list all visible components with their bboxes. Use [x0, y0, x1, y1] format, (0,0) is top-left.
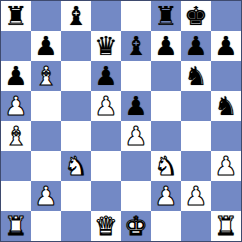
black-knight-piece: ♞	[211, 91, 241, 121]
square-e4[interactable]: ♟	[121, 121, 151, 151]
square-d8[interactable]	[91, 1, 121, 31]
black-pawn-piece: ♟	[31, 31, 61, 61]
square-h8[interactable]	[211, 1, 241, 31]
black-bishop-piece: ♝	[61, 1, 91, 31]
square-e2[interactable]	[121, 181, 151, 211]
square-a6[interactable]: ♟	[1, 61, 31, 91]
square-g5[interactable]	[181, 91, 211, 121]
square-e7[interactable]: ♝	[121, 31, 151, 61]
white-rook-piece: ♜	[211, 211, 241, 241]
square-c5[interactable]	[61, 91, 91, 121]
white-pawn-piece: ♟	[1, 91, 31, 121]
black-pawn-piece: ♟	[121, 91, 151, 121]
square-g4[interactable]	[181, 121, 211, 151]
square-b5[interactable]	[31, 91, 61, 121]
white-pawn-piece: ♟	[211, 151, 241, 181]
square-b4[interactable]	[31, 121, 61, 151]
white-king-piece: ♚	[121, 211, 151, 241]
square-d5[interactable]: ♟	[91, 91, 121, 121]
square-a2[interactable]	[1, 181, 31, 211]
square-f7[interactable]: ♟	[151, 31, 181, 61]
square-e8[interactable]	[121, 1, 151, 31]
white-pawn-piece: ♟	[31, 181, 61, 211]
square-f1[interactable]	[151, 211, 181, 241]
square-h3[interactable]: ♟	[211, 151, 241, 181]
square-b2[interactable]: ♟	[31, 181, 61, 211]
square-d6[interactable]: ♟	[91, 61, 121, 91]
white-pawn-piece: ♟	[121, 121, 151, 151]
white-pawn-piece: ♟	[151, 181, 181, 211]
white-bishop-piece: ♝	[31, 61, 61, 91]
black-pawn-piece: ♟	[151, 31, 181, 61]
square-b7[interactable]: ♟	[31, 31, 61, 61]
square-a5[interactable]: ♟	[1, 91, 31, 121]
square-c7[interactable]	[61, 31, 91, 61]
square-e1[interactable]: ♚	[121, 211, 151, 241]
square-a4[interactable]: ♝	[1, 121, 31, 151]
black-pawn-piece: ♟	[1, 61, 31, 91]
square-g7[interactable]: ♟	[181, 31, 211, 61]
square-g3[interactable]	[181, 151, 211, 181]
white-rook-piece: ♜	[1, 211, 31, 241]
square-c6[interactable]	[61, 61, 91, 91]
black-knight-piece: ♞	[181, 61, 211, 91]
square-e3[interactable]	[121, 151, 151, 181]
white-knight-piece: ♞	[61, 151, 91, 181]
square-a8[interactable]: ♜	[1, 1, 31, 31]
square-h7[interactable]: ♟	[211, 31, 241, 61]
square-f6[interactable]	[151, 61, 181, 91]
white-queen-piece: ♛	[91, 211, 121, 241]
square-e5[interactable]: ♟	[121, 91, 151, 121]
black-pawn-piece: ♟	[181, 31, 211, 61]
square-h5[interactable]: ♞	[211, 91, 241, 121]
square-b6[interactable]: ♝	[31, 61, 61, 91]
black-rook-piece: ♜	[151, 1, 181, 31]
square-g2[interactable]: ♟	[181, 181, 211, 211]
square-d7[interactable]: ♛	[91, 31, 121, 61]
square-d3[interactable]	[91, 151, 121, 181]
black-pawn-piece: ♟	[91, 61, 121, 91]
black-rook-piece: ♜	[1, 1, 31, 31]
white-bishop-piece: ♝	[1, 121, 31, 151]
square-h2[interactable]	[211, 181, 241, 211]
square-f2[interactable]: ♟	[151, 181, 181, 211]
square-b8[interactable]	[31, 1, 61, 31]
square-c3[interactable]: ♞	[61, 151, 91, 181]
square-d1[interactable]: ♛	[91, 211, 121, 241]
chess-board: ♜♝♜♚♟♛♝♟♟♟♟♝♟♞♟♟♟♞♝♟♞♞♟♟♟♟♜♛♚♜	[0, 0, 242, 242]
square-f5[interactable]	[151, 91, 181, 121]
square-g6[interactable]: ♞	[181, 61, 211, 91]
square-c4[interactable]	[61, 121, 91, 151]
square-f8[interactable]: ♜	[151, 1, 181, 31]
black-queen-piece: ♛	[91, 31, 121, 61]
square-a1[interactable]: ♜	[1, 211, 31, 241]
square-b3[interactable]	[31, 151, 61, 181]
white-pawn-piece: ♟	[181, 181, 211, 211]
square-f4[interactable]	[151, 121, 181, 151]
black-bishop-piece: ♝	[121, 31, 151, 61]
square-c1[interactable]	[61, 211, 91, 241]
square-h6[interactable]	[211, 61, 241, 91]
square-h4[interactable]	[211, 121, 241, 151]
square-c8[interactable]: ♝	[61, 1, 91, 31]
square-b1[interactable]	[31, 211, 61, 241]
black-pawn-piece: ♟	[211, 31, 241, 61]
square-h1[interactable]: ♜	[211, 211, 241, 241]
square-c2[interactable]	[61, 181, 91, 211]
square-a3[interactable]	[1, 151, 31, 181]
square-g8[interactable]: ♚	[181, 1, 211, 31]
square-e6[interactable]	[121, 61, 151, 91]
square-d4[interactable]	[91, 121, 121, 151]
chess-board-grid: ♜♝♜♚♟♛♝♟♟♟♟♝♟♞♟♟♟♞♝♟♞♞♟♟♟♟♜♛♚♜	[1, 1, 241, 241]
square-f3[interactable]: ♞	[151, 151, 181, 181]
black-king-piece: ♚	[181, 1, 211, 31]
white-knight-piece: ♞	[151, 151, 181, 181]
white-pawn-piece: ♟	[91, 91, 121, 121]
square-g1[interactable]	[181, 211, 211, 241]
square-d2[interactable]	[91, 181, 121, 211]
square-a7[interactable]	[1, 31, 31, 61]
